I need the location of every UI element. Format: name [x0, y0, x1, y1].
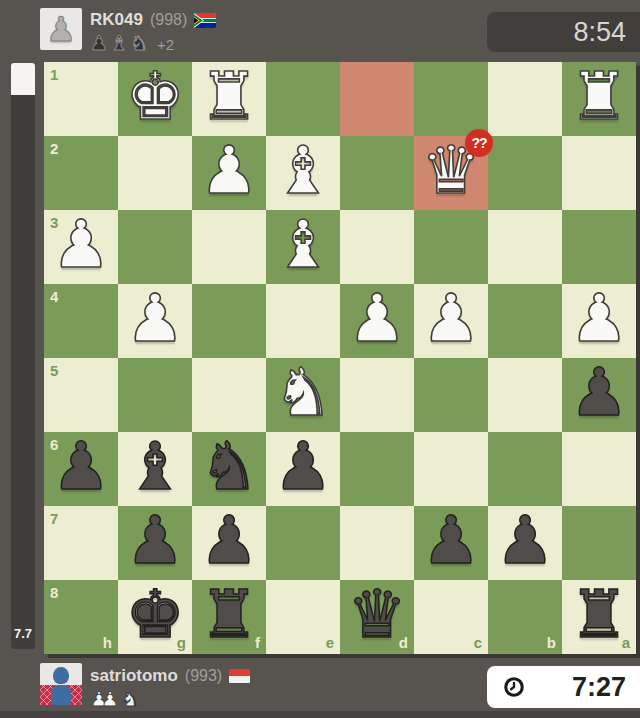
chess-board[interactable]: 1♚♜♜2♟♝♛??3♟♝4♟♟♟♟5♞♟6♟♝♞♟7♟♟♟♟8hg♚f♜ed♛… — [44, 62, 636, 654]
bottom-player-name[interactable]: satriotomo — [90, 666, 178, 686]
square-d7[interactable] — [340, 506, 414, 580]
square-b2[interactable] — [488, 136, 562, 210]
square-c6[interactable] — [414, 432, 488, 506]
square-b7[interactable]: ♟ — [488, 506, 562, 580]
square-g2[interactable] — [118, 136, 192, 210]
top-clock-time: 8:54 — [573, 17, 626, 48]
bottom-player-clock: 7:27 — [487, 666, 640, 708]
top-player-captured-list: ♟♝♞ — [90, 31, 150, 55]
square-c4[interactable]: ♟ — [414, 284, 488, 358]
square-d2[interactable] — [340, 136, 414, 210]
eval-score: 7.7 — [11, 626, 35, 641]
piece-bP-f7[interactable]: ♟ — [199, 508, 258, 574]
south-africa-flag-icon — [194, 13, 216, 28]
square-h3[interactable]: 3♟ — [44, 210, 118, 284]
piece-wB-e3[interactable]: ♝ — [273, 212, 332, 278]
square-d6[interactable] — [340, 432, 414, 506]
piece-bN-f6[interactable]: ♞ — [199, 434, 258, 500]
captured-piece-icon: ♝ — [110, 33, 128, 53]
piece-bP-g7[interactable]: ♟ — [125, 508, 184, 574]
bottom-player-avatar[interactable] — [40, 663, 82, 705]
square-b3[interactable] — [488, 210, 562, 284]
square-a8[interactable]: a♜ — [562, 580, 636, 654]
square-e3[interactable]: ♝ — [266, 210, 340, 284]
square-h1[interactable]: 1 — [44, 62, 118, 136]
square-d8[interactable]: d♛ — [340, 580, 414, 654]
piece-wR-a1[interactable]: ♜ — [569, 64, 628, 130]
square-a6[interactable] — [562, 432, 636, 506]
square-e1[interactable] — [266, 62, 340, 136]
square-a2[interactable] — [562, 136, 636, 210]
square-d1[interactable] — [340, 62, 414, 136]
eval-bar: 7.7 — [11, 63, 35, 649]
indonesia-flag-icon — [229, 669, 250, 683]
rank-label-2: 2 — [50, 141, 58, 156]
square-e5[interactable]: ♞ — [266, 358, 340, 432]
captured-piece-icon: ♟ — [90, 33, 108, 53]
square-h5[interactable]: 5 — [44, 358, 118, 432]
piece-bP-b7[interactable]: ♟ — [495, 508, 554, 574]
square-e7[interactable] — [266, 506, 340, 580]
rank-label-8: 8 — [50, 585, 58, 600]
square-f8[interactable]: f♜ — [192, 580, 266, 654]
square-e8[interactable]: e — [266, 580, 340, 654]
file-label-e: e — [326, 635, 334, 650]
bottom-player-rating: (993) — [185, 667, 222, 685]
piece-bR-f8[interactable]: ♜ — [199, 582, 258, 648]
piece-bP-e6[interactable]: ♟ — [273, 434, 332, 500]
square-h2[interactable]: 2 — [44, 136, 118, 210]
square-c2[interactable]: ♛?? — [414, 136, 488, 210]
piece-bR-a8[interactable]: ♜ — [569, 582, 628, 648]
square-f6[interactable]: ♞ — [192, 432, 266, 506]
top-player-rating: (998) — [150, 11, 187, 29]
square-h4[interactable]: 4 — [44, 284, 118, 358]
square-c5[interactable] — [414, 358, 488, 432]
square-c7[interactable]: ♟ — [414, 506, 488, 580]
square-c3[interactable] — [414, 210, 488, 284]
piece-bK-g8[interactable]: ♚ — [125, 582, 184, 648]
square-a5[interactable]: ♟ — [562, 358, 636, 432]
piece-bP-a5[interactable]: ♟ — [569, 360, 628, 426]
piece-bP-h6[interactable]: ♟ — [51, 434, 110, 500]
captured-piece-icon: ♞ — [121, 689, 139, 709]
square-b1[interactable] — [488, 62, 562, 136]
piece-wP-f2[interactable]: ♟ — [199, 138, 258, 204]
file-label-c: c — [474, 635, 482, 650]
square-f5[interactable] — [192, 358, 266, 432]
chess-app-screen: ♟ RK049 (998) ♟♝♞ +2 8:54 7.7 1♚♜♜2♟♝♛??… — [0, 0, 640, 718]
file-label-h: h — [103, 635, 112, 650]
piece-wR-f1[interactable]: ♜ — [199, 64, 258, 130]
square-g6[interactable]: ♝ — [118, 432, 192, 506]
bottom-edge — [0, 711, 640, 718]
square-f3[interactable] — [192, 210, 266, 284]
piece-wB-e2[interactable]: ♝ — [273, 138, 332, 204]
bottom-player-name-row: satriotomo (993) — [90, 665, 250, 687]
square-f2[interactable]: ♟ — [192, 136, 266, 210]
eval-bar-white-section — [11, 63, 35, 95]
square-b6[interactable] — [488, 432, 562, 506]
piece-wN-e5[interactable]: ♞ — [273, 360, 332, 426]
square-b8[interactable]: b — [488, 580, 562, 654]
bottom-player-captured-list: ♟♟♞ — [90, 687, 141, 711]
square-d5[interactable] — [340, 358, 414, 432]
square-e4[interactable] — [266, 284, 340, 358]
piece-wP-d4[interactable]: ♟ — [347, 286, 406, 352]
rank-label-7: 7 — [50, 511, 58, 526]
material-advantage: +2 — [157, 36, 174, 53]
piece-bB-g6[interactable]: ♝ — [125, 434, 184, 500]
square-e2[interactable]: ♝ — [266, 136, 340, 210]
file-label-b: b — [547, 635, 556, 650]
square-f7[interactable]: ♟ — [192, 506, 266, 580]
square-g8[interactable]: g♚ — [118, 580, 192, 654]
captured-piece-icon: ♞ — [130, 33, 148, 53]
rank-label-1: 1 — [50, 67, 58, 82]
square-a4[interactable]: ♟ — [562, 284, 636, 358]
square-g1[interactable]: ♚ — [118, 62, 192, 136]
piece-bQ-d8[interactable]: ♛ — [347, 582, 406, 648]
square-d3[interactable] — [340, 210, 414, 284]
top-player-avatar[interactable]: ♟ — [40, 8, 82, 50]
piece-bP-c7[interactable]: ♟ — [421, 508, 480, 574]
square-h6[interactable]: 6♟ — [44, 432, 118, 506]
square-f4[interactable] — [192, 284, 266, 358]
top-player-name-row: RK049 (998) — [90, 9, 216, 31]
square-g7[interactable]: ♟ — [118, 506, 192, 580]
clock-icon — [503, 676, 525, 698]
square-a3[interactable] — [562, 210, 636, 284]
piece-wP-a4[interactable]: ♟ — [569, 286, 628, 352]
square-e6[interactable]: ♟ — [266, 432, 340, 506]
blunder-badge: ?? — [465, 129, 493, 157]
square-g5[interactable] — [118, 358, 192, 432]
square-d4[interactable]: ♟ — [340, 284, 414, 358]
piece-wP-h3[interactable]: ♟ — [51, 212, 110, 278]
top-player-name[interactable]: RK049 — [90, 10, 143, 30]
pawn-avatar-icon: ♟ — [46, 12, 76, 46]
square-c1[interactable] — [414, 62, 488, 136]
square-h7[interactable]: 7 — [44, 506, 118, 580]
square-c8[interactable]: c — [414, 580, 488, 654]
square-b5[interactable] — [488, 358, 562, 432]
square-f1[interactable]: ♜ — [192, 62, 266, 136]
square-b4[interactable] — [488, 284, 562, 358]
piece-wP-g4[interactable]: ♟ — [125, 286, 184, 352]
square-a7[interactable] — [562, 506, 636, 580]
top-player-clock: 8:54 — [487, 12, 640, 52]
rank-label-5: 5 — [50, 363, 58, 378]
square-g3[interactable] — [118, 210, 192, 284]
captured-piece-icon: ♟ — [101, 689, 119, 709]
square-a1[interactable]: ♜ — [562, 62, 636, 136]
bottom-clock-time: 7:27 — [572, 672, 626, 703]
square-g4[interactable]: ♟ — [118, 284, 192, 358]
rank-label-4: 4 — [50, 289, 58, 304]
piece-wK-g1[interactable]: ♚ — [125, 64, 184, 130]
piece-wP-c4[interactable]: ♟ — [421, 286, 480, 352]
square-h8[interactable]: 8h — [44, 580, 118, 654]
